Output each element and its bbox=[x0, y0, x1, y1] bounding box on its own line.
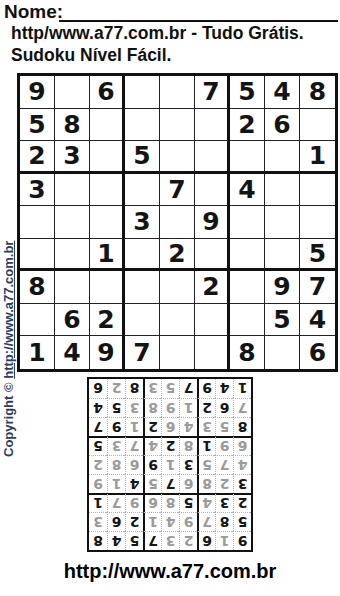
sudoku-cell[interactable] bbox=[160, 76, 195, 109]
sudoku-cell: 6 bbox=[300, 336, 335, 369]
sudoku-cell[interactable] bbox=[55, 271, 90, 304]
sudoku-cell: 1 bbox=[20, 336, 55, 369]
solution-cell: 8 bbox=[179, 436, 197, 455]
sudoku-cell: 1 bbox=[90, 239, 125, 272]
sudoku-cell[interactable] bbox=[55, 76, 90, 109]
sudoku-cell: 7 bbox=[195, 76, 230, 109]
solution-cell: 9 bbox=[215, 436, 233, 455]
sudoku-cell[interactable] bbox=[20, 304, 55, 337]
sudoku-cell: 9 bbox=[195, 206, 230, 239]
sudoku-cell[interactable] bbox=[230, 206, 265, 239]
sudoku-cell: 4 bbox=[230, 174, 265, 207]
sudoku-cell: 8 bbox=[300, 76, 335, 109]
sudoku-cell[interactable] bbox=[195, 174, 230, 207]
sudoku-cell: 2 bbox=[195, 271, 230, 304]
solution-cell: 2 bbox=[107, 379, 125, 398]
sudoku-cell: 6 bbox=[265, 109, 300, 142]
solution-cell: 2 bbox=[143, 417, 161, 436]
sudoku-cell[interactable] bbox=[125, 304, 160, 337]
sudoku-cell: 3 bbox=[55, 141, 90, 174]
sudoku-cell[interactable] bbox=[55, 206, 90, 239]
solution-cell: 6 bbox=[143, 493, 161, 512]
sudoku-cell[interactable] bbox=[195, 141, 230, 174]
solution-cell: 5 bbox=[161, 379, 179, 398]
sudoku-cell: 9 bbox=[265, 271, 300, 304]
sudoku-cell[interactable] bbox=[125, 271, 160, 304]
solution-cell: 8 bbox=[215, 512, 233, 531]
solution-cell: 6 bbox=[233, 436, 251, 455]
solution-cell: 8 bbox=[125, 379, 143, 398]
sudoku-cell[interactable] bbox=[300, 174, 335, 207]
solution-cell: 6 bbox=[161, 417, 179, 436]
solution-cell: 7 bbox=[107, 493, 125, 512]
sudoku-cell: 5 bbox=[265, 304, 300, 337]
solution-cell: 3 bbox=[143, 379, 161, 398]
solution-cell: 4 bbox=[143, 436, 161, 455]
sudoku-cell[interactable] bbox=[265, 206, 300, 239]
solution-cell: 2 bbox=[233, 493, 251, 512]
sudoku-cell[interactable] bbox=[90, 271, 125, 304]
sudoku-cell[interactable] bbox=[160, 271, 195, 304]
sudoku-print-page: Nome: http/www.a77.com.br - Tudo Grátis.… bbox=[0, 0, 340, 596]
sudoku-cell[interactable] bbox=[125, 239, 160, 272]
solution-cell: 7 bbox=[143, 531, 161, 550]
sudoku-cell: 5 bbox=[20, 109, 55, 142]
solution-cell: 5 bbox=[179, 493, 197, 512]
solution-cell: 8 bbox=[233, 417, 251, 436]
sudoku-cell[interactable] bbox=[265, 239, 300, 272]
sudoku-cell[interactable] bbox=[55, 174, 90, 207]
solution-cell: 1 bbox=[197, 436, 215, 455]
solution-cell: 8 bbox=[197, 474, 215, 493]
sudoku-cell: 4 bbox=[300, 304, 335, 337]
sudoku-cell[interactable] bbox=[90, 141, 125, 174]
solution-cell: 7 bbox=[215, 455, 233, 474]
solution-cell: 2 bbox=[161, 436, 179, 455]
sudoku-cell[interactable] bbox=[20, 239, 55, 272]
solution-cell: 2 bbox=[89, 455, 107, 474]
copyright-text: Copyright © http://www.a77.com.br bbox=[1, 83, 17, 457]
sudoku-cell: 9 bbox=[20, 76, 55, 109]
sudoku-cell[interactable] bbox=[230, 271, 265, 304]
solution-cell: 6 bbox=[125, 455, 143, 474]
sudoku-cell: 6 bbox=[55, 304, 90, 337]
solution-cell: 3 bbox=[107, 436, 125, 455]
solution-cell: 2 bbox=[215, 474, 233, 493]
solution-cell: 9 bbox=[89, 474, 107, 493]
solution-cell: 6 bbox=[89, 379, 107, 398]
footer-url-link[interactable]: http://www.a77.com.br bbox=[0, 560, 340, 583]
sudoku-cell: 4 bbox=[265, 76, 300, 109]
solution-cell: 7 bbox=[161, 474, 179, 493]
solution-cell: 1 bbox=[161, 455, 179, 474]
solution-cell: 3 bbox=[161, 531, 179, 550]
sudoku-cell[interactable] bbox=[195, 336, 230, 369]
solution-cell: 1 bbox=[215, 531, 233, 550]
solution-cell: 3 bbox=[197, 417, 215, 436]
site-header-text: http/www.a77.com.br - Tudo Grátis. bbox=[11, 23, 304, 44]
solution-cell: 9 bbox=[233, 531, 251, 550]
solution-cell: 9 bbox=[143, 455, 161, 474]
sudoku-cell: 4 bbox=[55, 336, 90, 369]
solution-cell: 4 bbox=[125, 474, 143, 493]
sudoku-cell[interactable] bbox=[20, 206, 55, 239]
sudoku-cell: 8 bbox=[55, 109, 90, 142]
solution-cell: 9 bbox=[161, 398, 179, 417]
solution-grid-rotated: 9162375485879412632345869713286754194753… bbox=[87, 377, 253, 552]
solution-cell: 6 bbox=[215, 398, 233, 417]
solution-cell: 5 bbox=[215, 417, 233, 436]
solution-cell: 8 bbox=[89, 531, 107, 550]
sudoku-cell[interactable] bbox=[195, 109, 230, 142]
solution-cell: 1 bbox=[179, 398, 197, 417]
sudoku-cell[interactable] bbox=[230, 304, 265, 337]
sudoku-cell: 5 bbox=[300, 239, 335, 272]
sudoku-cell: 2 bbox=[230, 109, 265, 142]
solution-cell: 1 bbox=[233, 379, 251, 398]
sudoku-cell[interactable] bbox=[265, 141, 300, 174]
sudoku-cell: 2 bbox=[160, 239, 195, 272]
sudoku-cell: 3 bbox=[20, 174, 55, 207]
sudoku-cell[interactable] bbox=[195, 239, 230, 272]
sudoku-cell[interactable] bbox=[265, 174, 300, 207]
solution-cell: 8 bbox=[143, 398, 161, 417]
solution-cell: 8 bbox=[107, 455, 125, 474]
solution-cell: 6 bbox=[107, 512, 125, 531]
solution-cell: 5 bbox=[143, 474, 161, 493]
name-input-line[interactable] bbox=[59, 0, 338, 22]
solution-cell: 2 bbox=[197, 398, 215, 417]
sudoku-cell[interactable] bbox=[160, 336, 195, 369]
sudoku-cell[interactable] bbox=[230, 239, 265, 272]
solution-cell: 5 bbox=[233, 512, 251, 531]
solution-cell: 3 bbox=[179, 455, 197, 474]
sudoku-cell: 6 bbox=[90, 76, 125, 109]
solution-cell: 4 bbox=[89, 398, 107, 417]
solution-cell: 5 bbox=[125, 531, 143, 550]
sudoku-cell: 8 bbox=[230, 336, 265, 369]
sudoku-cell[interactable] bbox=[90, 174, 125, 207]
sudoku-cell: 5 bbox=[125, 141, 160, 174]
sudoku-cell[interactable] bbox=[125, 174, 160, 207]
solution-cell: 7 bbox=[89, 417, 107, 436]
solution-cell: 1 bbox=[125, 417, 143, 436]
sudoku-cell[interactable] bbox=[160, 109, 195, 142]
sudoku-cell[interactable] bbox=[160, 141, 195, 174]
sudoku-cell[interactable] bbox=[160, 206, 195, 239]
sudoku-cell[interactable] bbox=[300, 109, 335, 142]
solution-cell: 5 bbox=[197, 455, 215, 474]
solution-cell: 9 bbox=[179, 512, 197, 531]
sudoku-cell[interactable] bbox=[55, 239, 90, 272]
sudoku-cell: 7 bbox=[160, 174, 195, 207]
solution-cell: 1 bbox=[107, 474, 125, 493]
copyright-prefix: Copyright © bbox=[1, 379, 16, 457]
sudoku-grid: 967548582623513743912582976254149786 bbox=[17, 73, 338, 372]
solution-cell: 7 bbox=[197, 512, 215, 531]
solution-cell: 6 bbox=[197, 531, 215, 550]
solution-cell: 9 bbox=[107, 417, 125, 436]
sudoku-cell[interactable] bbox=[195, 304, 230, 337]
solution-cell: 8 bbox=[161, 493, 179, 512]
sudoku-cell: 8 bbox=[20, 271, 55, 304]
sudoku-cell: 1 bbox=[300, 141, 335, 174]
solution-cell: 4 bbox=[233, 455, 251, 474]
sudoku-cell: 7 bbox=[125, 336, 160, 369]
solution-cell: 1 bbox=[89, 493, 107, 512]
solution-cell: 4 bbox=[161, 512, 179, 531]
solution-cell: 4 bbox=[215, 379, 233, 398]
puzzle-title: Sudoku Nível Fácil. bbox=[11, 45, 171, 66]
sudoku-cell[interactable] bbox=[300, 206, 335, 239]
solution-cell: 4 bbox=[179, 417, 197, 436]
solution-cell: 5 bbox=[107, 398, 125, 417]
solution-cell: 3 bbox=[233, 474, 251, 493]
solution-cell: 3 bbox=[215, 493, 233, 512]
solution-cell: 5 bbox=[89, 436, 107, 455]
sudoku-cell: 5 bbox=[230, 76, 265, 109]
solution-cell: 4 bbox=[107, 531, 125, 550]
solution-cell: 3 bbox=[89, 512, 107, 531]
solution-cell: 7 bbox=[179, 379, 197, 398]
sudoku-cell[interactable] bbox=[125, 76, 160, 109]
sudoku-cell[interactable] bbox=[230, 141, 265, 174]
solution-cell: 6 bbox=[179, 474, 197, 493]
solution-cell: 9 bbox=[125, 493, 143, 512]
sudoku-cell[interactable] bbox=[265, 336, 300, 369]
sudoku-cell[interactable] bbox=[125, 109, 160, 142]
solution-cell: 4 bbox=[197, 493, 215, 512]
solution-cell: 7 bbox=[125, 436, 143, 455]
solution-cell: 1 bbox=[143, 512, 161, 531]
sudoku-cell: 2 bbox=[90, 304, 125, 337]
solution-cell: 2 bbox=[125, 512, 143, 531]
name-label: Nome: bbox=[4, 1, 63, 23]
sudoku-cell[interactable] bbox=[90, 109, 125, 142]
solution-cell: 7 bbox=[233, 398, 251, 417]
sudoku-cell: 3 bbox=[125, 206, 160, 239]
solution-cell: 2 bbox=[179, 531, 197, 550]
sudoku-cell: 2 bbox=[20, 141, 55, 174]
solution-cell: 3 bbox=[125, 398, 143, 417]
sudoku-cell: 7 bbox=[300, 271, 335, 304]
solution-cell: 9 bbox=[197, 379, 215, 398]
sudoku-cell: 9 bbox=[90, 336, 125, 369]
sudoku-cell[interactable] bbox=[160, 304, 195, 337]
sudoku-cell[interactable] bbox=[90, 206, 125, 239]
copyright-url-link[interactable]: http://www.a77.com.br bbox=[1, 241, 16, 379]
